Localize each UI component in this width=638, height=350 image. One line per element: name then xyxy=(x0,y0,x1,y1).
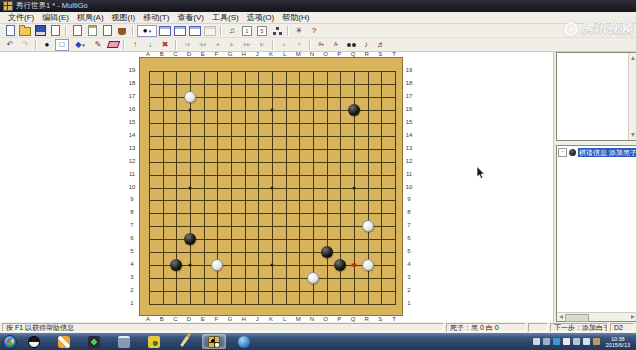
coord-number-5-right: 5 xyxy=(407,248,410,254)
markup-tool-button[interactable]: ◆▾ xyxy=(70,39,90,51)
windows-logo-icon xyxy=(7,338,14,345)
black-stone-node-icon xyxy=(569,149,576,156)
video-app-icon xyxy=(58,336,70,348)
menu-view[interactable]: 查看(V) xyxy=(173,12,208,23)
menu-help[interactable]: 帮助(H) xyxy=(278,12,313,23)
dropdown-caret-icon: ▾ xyxy=(82,42,85,48)
auto-play-settings-button[interactable]: ♬ xyxy=(374,39,388,51)
tray-input-indicator-icon[interactable] xyxy=(533,338,540,345)
taskbar-app-movie[interactable] xyxy=(112,334,136,349)
find-position-icon xyxy=(347,43,351,47)
comment-scrollbar[interactable] xyxy=(628,53,637,140)
stone-black-D6[interactable] xyxy=(184,233,196,245)
tray-qq-icon[interactable] xyxy=(563,338,570,345)
toolbar-separator xyxy=(272,40,274,50)
redo-icon: ↷ xyxy=(22,41,29,49)
options-tools-icon: ✳ xyxy=(296,27,303,35)
status-spare xyxy=(528,323,548,332)
coord-number-14-left: 14 xyxy=(129,132,136,138)
star-point-D10 xyxy=(189,186,192,189)
coord-number-12-right: 12 xyxy=(406,158,413,164)
coord-number-18-left: 18 xyxy=(129,80,136,86)
coord-number-8-left: 8 xyxy=(130,209,133,215)
coord-number-5-left: 5 xyxy=(130,248,133,254)
star-point-K4 xyxy=(271,264,274,267)
taskbar-app-paint[interactable] xyxy=(172,334,196,349)
game-info-button[interactable] xyxy=(115,25,129,37)
nav-forward-fast-button: ▶▶ xyxy=(240,39,254,51)
new-file-button[interactable] xyxy=(3,25,17,37)
coord-number-19-right: 19 xyxy=(406,67,413,73)
coord-number-11-right: 11 xyxy=(406,171,412,177)
save-as-icon xyxy=(51,25,60,36)
options-tools-button[interactable]: ✳ xyxy=(292,25,306,37)
coord-number-7-right: 7 xyxy=(407,222,410,228)
auto-play-settings-icon: ♬ xyxy=(377,41,385,49)
erase-tool-icon xyxy=(106,41,119,48)
paint-app-icon xyxy=(180,336,189,347)
player-app-icon xyxy=(88,336,100,348)
view-all-panels-icon xyxy=(204,26,216,36)
coord-number-17-right: 17 xyxy=(406,93,413,99)
move-numbers-recent-button[interactable]: 5 xyxy=(255,25,269,37)
menu-game[interactable]: 棋局(A) xyxy=(73,12,108,23)
nav-first-button: |◀ xyxy=(180,39,194,51)
coord-number-3-left: 3 xyxy=(130,274,133,280)
toolbar-separator xyxy=(123,40,125,50)
stone-white-R7[interactable] xyxy=(362,220,374,232)
stone-white-D17[interactable] xyxy=(184,91,196,103)
tree-hscrollbar[interactable] xyxy=(557,312,637,321)
menu-tools[interactable]: 工具(S) xyxy=(208,12,243,23)
coord-number-6-right: 6 xyxy=(407,235,410,241)
star-point-D4 xyxy=(189,264,192,267)
scroll-right-icon[interactable] xyxy=(631,315,635,319)
toolbar-separator xyxy=(220,26,222,36)
move-numbers-button[interactable]: 1 xyxy=(240,25,254,37)
watermark-text: 腾讯视频 xyxy=(581,20,633,37)
status-next-move: 下一步：添加白子 xyxy=(550,323,608,332)
tray-icons xyxy=(533,338,600,345)
view-board-comment-icon xyxy=(189,26,201,36)
auto-play-icon: ♪ xyxy=(364,41,368,49)
star-point-D16 xyxy=(189,108,192,111)
board-zoom-in-button[interactable]: A+ xyxy=(314,39,328,51)
coord-number-10-right: 10 xyxy=(406,184,413,190)
menu-navigate[interactable]: 移动(T) xyxy=(139,12,173,23)
tray-volume-icon[interactable] xyxy=(573,338,580,345)
multigo-app-icon xyxy=(208,336,220,348)
markup-tool-icon: ◆ xyxy=(75,41,81,49)
toolbar-separator xyxy=(309,40,311,50)
stone-black-O5[interactable] xyxy=(321,246,333,258)
windows-taskbar: 10:38 2015/6/13 xyxy=(0,333,636,350)
open-file-icon xyxy=(19,27,31,36)
coord-number-1-right: 1 xyxy=(407,300,410,306)
sound-toggle-button[interactable]: ♫ xyxy=(225,25,239,37)
scroll-thumb[interactable] xyxy=(565,314,589,322)
nav-forward-fast-icon: ▶▶ xyxy=(244,42,251,47)
copy-sgf-icon xyxy=(73,25,82,36)
coord-number-18-right: 18 xyxy=(406,80,413,86)
toolbar-separator xyxy=(65,26,67,36)
coord-number-15-left: 15 xyxy=(129,119,136,125)
label-tool-button[interactable]: ✎ xyxy=(91,39,105,51)
nav-back-button: ◀ xyxy=(210,39,224,51)
toolbar-separator xyxy=(287,26,289,36)
scroll-up-icon[interactable] xyxy=(631,56,635,60)
tree-expander[interactable]: - xyxy=(558,148,567,157)
setup-stone-tool-icon: □ xyxy=(60,41,65,49)
game-info-icon xyxy=(118,28,126,35)
menu-file[interactable]: 文件(F) xyxy=(4,12,38,23)
star-point-K10 xyxy=(271,186,274,189)
stone-white-R4[interactable] xyxy=(362,259,374,271)
stone-white-F4[interactable] xyxy=(211,259,223,271)
goban-overlay xyxy=(149,71,395,304)
menu-layout[interactable]: 视图(I) xyxy=(108,12,140,23)
coord-number-8-right: 8 xyxy=(407,209,410,215)
stone-white-N3[interactable] xyxy=(307,272,319,284)
open-file-button[interactable] xyxy=(18,25,32,37)
taskbar-apps xyxy=(22,334,256,349)
qq-app-icon xyxy=(28,336,40,348)
copy-board-image-button[interactable] xyxy=(100,25,114,37)
nav-back-fast-button: ◀◀ xyxy=(195,39,209,51)
tree-root-node[interactable]: - 棋谱信息 添加黑子 添加白子 xyxy=(557,146,637,159)
coord-number-2-left: 2 xyxy=(130,287,133,293)
taskbar-app-qq[interactable] xyxy=(22,334,46,349)
taskbar-app-multigo[interactable] xyxy=(202,334,226,349)
insert-move-icon: ↑ xyxy=(133,41,137,49)
delete-node-button[interactable]: ✖ xyxy=(158,39,172,51)
play-button-logo-icon xyxy=(564,22,578,36)
play-move-tool-icon: ● xyxy=(45,41,50,49)
insert-move-button[interactable]: ↑ xyxy=(128,39,142,51)
mouse-cursor xyxy=(476,166,486,180)
next-variation-button: ▼ xyxy=(292,39,306,51)
tree-layout-button[interactable] xyxy=(270,25,284,37)
save-file-icon xyxy=(35,25,46,36)
coord-number-13-left: 13 xyxy=(129,145,136,151)
coord-number-9-right: 9 xyxy=(407,196,410,202)
status-coordinate: D2 xyxy=(610,323,634,332)
paste-sgf-icon xyxy=(88,25,97,36)
movie-app-icon xyxy=(118,336,130,348)
context-help-icon: ? xyxy=(312,27,316,35)
stone-black-C4[interactable] xyxy=(170,259,182,271)
next-move-marker xyxy=(352,264,357,267)
goban[interactable] xyxy=(139,57,403,316)
coord-number-16-left: 16 xyxy=(129,106,136,112)
board-zoom-in-icon: A+ xyxy=(318,42,323,47)
coord-number-4-right: 4 xyxy=(407,261,410,267)
star-point-Q10 xyxy=(353,186,356,189)
tray-update-icon[interactable] xyxy=(593,338,600,345)
view-all-panels-button xyxy=(203,25,217,37)
taskbar-clock[interactable]: 10:38 2015/6/13 xyxy=(603,336,633,348)
save-as-button[interactable] xyxy=(48,25,62,37)
redo-button: ↷ xyxy=(18,39,32,51)
menu-options[interactable]: 选项(O) xyxy=(243,12,279,23)
context-help-button[interactable]: ? xyxy=(307,25,321,37)
next-stone-selector-icon: ● xyxy=(143,27,148,35)
find-position-button[interactable] xyxy=(344,39,358,51)
coord-number-17-left: 17 xyxy=(129,93,136,99)
tray-security-icon[interactable] xyxy=(553,338,560,345)
coord-number-2-right: 2 xyxy=(407,287,410,293)
nav-forward-button: ▶ xyxy=(225,39,239,51)
toolbar-separator xyxy=(35,40,37,50)
coord-number-19-left: 19 xyxy=(129,67,136,73)
scroll-down-icon[interactable] xyxy=(631,133,635,137)
delete-node-icon: ✖ xyxy=(162,41,169,49)
app-icon xyxy=(3,1,13,11)
undo-button[interactable]: ↶ xyxy=(3,39,17,51)
multigo-window: 秀行世界1 * - MultiGo 文件(F)编辑(E)棋局(A)视图(I)移动… xyxy=(0,0,638,350)
stone-black-Q16[interactable] xyxy=(348,104,360,116)
dropdown-caret-icon: ▾ xyxy=(149,28,152,34)
nav-first-icon: |◀ xyxy=(185,42,189,47)
copy-board-image-icon xyxy=(103,25,112,36)
taskbar-app-player[interactable] xyxy=(82,334,106,349)
paste-sgf-button[interactable] xyxy=(85,25,99,37)
move-numbers-recent-icon: 5 xyxy=(257,26,267,36)
toolbar-separator xyxy=(175,40,177,50)
next-variation-icon: ▼ xyxy=(297,42,301,47)
board-numbers-left: 19181716151413121110987654321 xyxy=(126,57,139,316)
stone-black-P4[interactable] xyxy=(334,259,346,271)
toolbar-separator xyxy=(132,26,134,36)
coord-number-14-right: 14 xyxy=(406,132,413,138)
tree-layout-icon xyxy=(276,27,279,30)
move-numbers-icon: 1 xyxy=(242,26,252,36)
scroll-left-icon[interactable] xyxy=(559,315,563,319)
setup-stone-tool-button[interactable]: □ xyxy=(55,39,69,51)
game-tree-panel[interactable]: - 棋谱信息 添加黑子 添加白子 xyxy=(556,145,638,322)
undo-icon: ↶ xyxy=(7,41,14,49)
coord-number-12-left: 12 xyxy=(129,158,136,164)
prune-branch-icon: ↓ xyxy=(148,41,152,49)
coord-number-15-right: 15 xyxy=(406,119,413,125)
nav-back-fast-icon: ◀◀ xyxy=(199,42,206,47)
board-zoom-out-button[interactable]: A- xyxy=(329,39,343,51)
coord-number-11-left: 11 xyxy=(129,171,135,177)
taskbar-app-browser[interactable] xyxy=(232,334,256,349)
new-file-icon xyxy=(6,25,15,36)
status-help-text: 按 F1 以获得帮助信息 xyxy=(2,323,444,332)
tray-message-icon[interactable] xyxy=(543,338,550,345)
prune-branch-button[interactable]: ↓ xyxy=(143,39,157,51)
view-board-tree-button[interactable] xyxy=(173,25,187,37)
sound-toggle-icon: ♫ xyxy=(229,27,235,35)
auto-play-button[interactable]: ♪ xyxy=(359,39,373,51)
nav-last-button: ▶| xyxy=(255,39,269,51)
star-point-K16 xyxy=(271,108,274,111)
status-captures: 死子：黑 0 白 0 xyxy=(446,323,526,332)
title-bar[interactable]: 秀行世界1 * - MultiGo xyxy=(0,0,636,12)
taskbar-app-video[interactable] xyxy=(52,334,76,349)
window-title: 秀行世界1 * - MultiGo xyxy=(16,1,88,11)
toolbar-edit: ↶↷●□◆▾✎↑↓✖|◀◀◀◀▶▶▶▶|▲▼A+A-♪♬ xyxy=(0,38,636,52)
nav-back-icon: ◀ xyxy=(215,42,218,47)
taskbar-app-game[interactable] xyxy=(142,334,166,349)
label-tool-icon: ✎ xyxy=(95,41,102,49)
save-file-button[interactable] xyxy=(33,25,47,37)
status-bar: 按 F1 以获得帮助信息 死子：黑 0 白 0 下一步：添加白子 D2 xyxy=(0,322,636,333)
client-area: ABCDEFGHJKLMNOPQRST ABCDEFGHJKLMNOPQRST … xyxy=(0,52,636,322)
menu-edit[interactable]: 编辑(E) xyxy=(38,12,73,23)
coord-number-4-left: 4 xyxy=(130,261,133,267)
menu-bar: 文件(F)编辑(E)棋局(A)视图(I)移动(T)查看(V)工具(S)选项(O)… xyxy=(0,12,636,24)
nav-last-icon: ▶| xyxy=(260,42,264,47)
coord-number-3-right: 3 xyxy=(407,274,410,280)
view-board-tree-icon xyxy=(174,26,186,36)
coord-number-7-left: 7 xyxy=(130,222,133,228)
browser-app-icon xyxy=(238,336,250,348)
system-tray: 10:38 2015/6/13 xyxy=(533,336,633,348)
erase-tool-button[interactable] xyxy=(106,39,120,51)
coord-number-9-left: 9 xyxy=(130,196,133,202)
go-board: ABCDEFGHJKLMNOPQRST ABCDEFGHJKLMNOPQRST … xyxy=(126,51,416,323)
tray-network-icon[interactable] xyxy=(583,338,590,345)
coord-number-1-left: 1 xyxy=(130,300,133,306)
prev-variation-button: ▲ xyxy=(277,39,291,51)
coord-number-16-right: 16 xyxy=(406,106,413,112)
coord-number-13-right: 13 xyxy=(406,145,413,151)
nav-forward-icon: ▶ xyxy=(230,42,233,47)
toolbar-standard: ●▾♫15✳? xyxy=(0,24,636,38)
start-button[interactable] xyxy=(3,335,17,349)
tree-node-label[interactable]: 棋谱信息 添加黑子 添加白子 xyxy=(578,148,636,157)
view-board-only-icon xyxy=(159,26,171,36)
game-app-icon xyxy=(148,336,160,348)
view-board-comment-button[interactable] xyxy=(188,25,202,37)
copy-sgf-button[interactable] xyxy=(70,25,84,37)
tencent-video-watermark: 腾讯视频 xyxy=(564,20,633,37)
next-stone-selector-button[interactable]: ●▾ xyxy=(137,25,157,37)
clock-date: 2015/6/13 xyxy=(606,342,630,348)
coord-number-6-left: 6 xyxy=(130,235,133,241)
play-move-tool-button[interactable]: ● xyxy=(40,39,54,51)
comment-panel[interactable] xyxy=(556,52,638,141)
board-numbers-right: 19181716151413121110987654321 xyxy=(403,57,416,316)
coord-number-10-left: 10 xyxy=(129,184,136,190)
prev-variation-icon: ▲ xyxy=(282,42,286,47)
board-zoom-out-icon: A- xyxy=(334,42,338,47)
view-board-only-button[interactable] xyxy=(158,25,172,37)
